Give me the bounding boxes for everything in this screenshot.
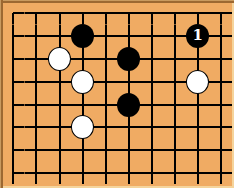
intersection [186,93,209,116]
intersection [71,48,94,71]
intersection [2,25,25,48]
go-grid: 1 [2,2,232,184]
intersection [2,162,25,185]
intersection [94,48,117,71]
intersection [48,93,71,116]
black-stone [117,93,140,117]
intersection [94,93,117,116]
intersection [140,116,163,139]
intersection [117,162,140,185]
intersection [71,139,94,162]
intersection [186,139,209,162]
intersection [94,2,117,25]
intersection [163,25,186,48]
intersection [25,70,48,93]
intersection [186,48,209,71]
intersection [140,93,163,116]
intersection [140,70,163,93]
intersection [71,25,94,48]
intersection [140,2,163,25]
intersection [209,116,232,139]
board-edge-highlight-right [232,3,234,188]
intersection [209,139,232,162]
intersection [117,70,140,93]
intersection [163,162,186,185]
intersection [163,93,186,116]
white-stone [71,70,94,94]
intersection [2,139,25,162]
intersection [2,2,25,25]
intersection [209,48,232,71]
board-edge-highlight-bottom [3,186,234,188]
intersection [25,2,48,25]
intersection [186,70,209,93]
intersection [48,48,71,71]
intersection [48,25,71,48]
intersection [163,116,186,139]
move-1-black-stone: 1 [186,24,209,48]
intersection [163,139,186,162]
intersection [117,116,140,139]
intersection [71,2,94,25]
intersection [48,2,71,25]
intersection [2,93,25,116]
black-stone [117,47,140,71]
intersection [25,116,48,139]
white-stone [71,115,94,139]
intersection [209,93,232,116]
intersection [209,70,232,93]
intersection [186,116,209,139]
intersection [48,162,71,185]
intersection [25,162,48,185]
intersection [71,162,94,185]
black-stone [71,24,94,48]
intersection [71,116,94,139]
intersection [209,2,232,25]
intersection [2,48,25,71]
intersection [186,162,209,185]
move-number-label: 1 [193,28,203,44]
intersection [25,25,48,48]
intersection [163,48,186,71]
intersection [140,139,163,162]
intersection [94,70,117,93]
intersection [209,25,232,48]
intersection [2,70,25,93]
intersection [71,70,94,93]
intersection [94,116,117,139]
intersection: 1 [186,25,209,48]
intersection [25,93,48,116]
intersection [94,25,117,48]
intersection [140,48,163,71]
intersection [48,116,71,139]
white-stone [48,47,71,71]
intersection [117,139,140,162]
board-frame-top-inner [0,1,234,3]
board-frame-left-inner [1,0,3,188]
intersection [140,162,163,185]
intersection [117,93,140,116]
intersection [117,48,140,71]
intersection [186,2,209,25]
intersection [94,139,117,162]
intersection [94,162,117,185]
go-board-diagram: 1 [0,0,234,188]
intersection [140,25,163,48]
intersection [25,139,48,162]
intersection [117,2,140,25]
intersection [117,25,140,48]
white-stone [186,70,209,94]
intersection [25,48,48,71]
intersection [48,139,71,162]
intersection [209,162,232,185]
intersection [163,2,186,25]
intersection [2,116,25,139]
intersection [163,70,186,93]
intersection [48,70,71,93]
intersection [71,93,94,116]
